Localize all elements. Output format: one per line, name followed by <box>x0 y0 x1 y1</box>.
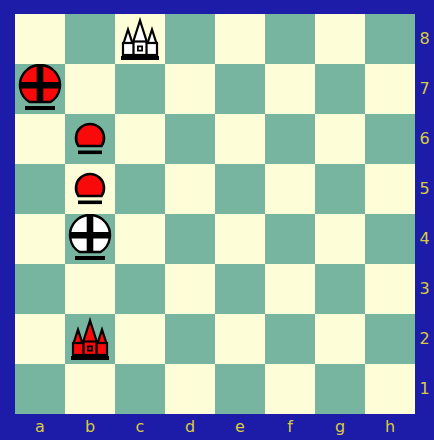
rank-label-2: 2 <box>415 314 434 364</box>
rank-label-4: 4 <box>415 214 434 264</box>
square-d5[interactable] <box>165 164 215 214</box>
square-b2[interactable] <box>65 314 115 364</box>
square-h5[interactable] <box>365 164 415 214</box>
square-b6[interactable] <box>65 114 115 164</box>
square-a8[interactable] <box>15 14 65 64</box>
square-b4[interactable] <box>65 214 115 264</box>
file-label-e: e <box>215 414 265 440</box>
file-label-f: f <box>265 414 315 440</box>
rank-label-3: 3 <box>415 264 434 314</box>
rank-label-7: 7 <box>415 64 434 114</box>
dome-piece-icon[interactable] <box>65 164 115 214</box>
square-h1[interactable] <box>365 364 415 414</box>
square-e6[interactable] <box>215 114 265 164</box>
square-g6[interactable] <box>315 114 365 164</box>
square-a4[interactable] <box>15 214 65 264</box>
square-a5[interactable] <box>15 164 65 214</box>
square-g7[interactable] <box>315 64 365 114</box>
ball-piece-icon[interactable] <box>15 64 65 114</box>
square-f6[interactable] <box>265 114 315 164</box>
rank-label-1: 1 <box>415 364 434 414</box>
square-a3[interactable] <box>15 264 65 314</box>
square-c3[interactable] <box>115 264 165 314</box>
square-h8[interactable] <box>365 14 415 64</box>
square-f1[interactable] <box>265 364 315 414</box>
square-c6[interactable] <box>115 114 165 164</box>
square-f5[interactable] <box>265 164 315 214</box>
square-h7[interactable] <box>365 64 415 114</box>
square-e4[interactable] <box>215 214 265 264</box>
ball-piece-icon[interactable] <box>65 214 115 264</box>
square-d4[interactable] <box>165 214 215 264</box>
square-a2[interactable] <box>15 314 65 364</box>
file-label-b: b <box>65 414 115 440</box>
square-f4[interactable] <box>265 214 315 264</box>
rank-label-8: 8 <box>415 14 434 64</box>
square-d7[interactable] <box>165 64 215 114</box>
square-f3[interactable] <box>265 264 315 314</box>
rank-label-5: 5 <box>415 164 434 214</box>
square-e8[interactable] <box>215 14 265 64</box>
square-c1[interactable] <box>115 364 165 414</box>
crown-piece-icon[interactable] <box>65 314 115 364</box>
square-b5[interactable] <box>65 164 115 214</box>
file-labels: abcdefgh <box>15 414 415 440</box>
square-h2[interactable] <box>365 314 415 364</box>
square-e7[interactable] <box>215 64 265 114</box>
square-g1[interactable] <box>315 364 365 414</box>
square-c5[interactable] <box>115 164 165 214</box>
square-b8[interactable] <box>65 14 115 64</box>
file-label-g: g <box>315 414 365 440</box>
board-grid[interactable] <box>15 14 415 414</box>
square-h4[interactable] <box>365 214 415 264</box>
square-a6[interactable] <box>15 114 65 164</box>
square-d3[interactable] <box>165 264 215 314</box>
file-label-c: c <box>115 414 165 440</box>
rank-labels: 87654321 <box>415 14 434 414</box>
square-e1[interactable] <box>215 364 265 414</box>
square-c7[interactable] <box>115 64 165 114</box>
square-g8[interactable] <box>315 14 365 64</box>
square-d1[interactable] <box>165 364 215 414</box>
square-c4[interactable] <box>115 214 165 264</box>
square-f2[interactable] <box>265 314 315 364</box>
file-label-h: h <box>365 414 415 440</box>
square-g2[interactable] <box>315 314 365 364</box>
square-d8[interactable] <box>165 14 215 64</box>
file-label-a: a <box>15 414 65 440</box>
square-e3[interactable] <box>215 264 265 314</box>
square-e5[interactable] <box>215 164 265 214</box>
square-c2[interactable] <box>115 314 165 364</box>
square-b7[interactable] <box>65 64 115 114</box>
square-g3[interactable] <box>315 264 365 314</box>
square-a7[interactable] <box>15 64 65 114</box>
square-h3[interactable] <box>365 264 415 314</box>
square-f7[interactable] <box>265 64 315 114</box>
square-b1[interactable] <box>65 364 115 414</box>
crown-piece-icon[interactable] <box>115 14 165 64</box>
file-label-d: d <box>165 414 215 440</box>
rank-label-6: 6 <box>415 114 434 164</box>
square-d6[interactable] <box>165 114 215 164</box>
square-h6[interactable] <box>365 114 415 164</box>
square-f8[interactable] <box>265 14 315 64</box>
square-a1[interactable] <box>15 364 65 414</box>
square-g5[interactable] <box>315 164 365 214</box>
square-e2[interactable] <box>215 314 265 364</box>
square-b3[interactable] <box>65 264 115 314</box>
dome-piece-icon[interactable] <box>65 114 115 164</box>
square-d2[interactable] <box>165 314 215 364</box>
square-g4[interactable] <box>315 214 365 264</box>
square-c8[interactable] <box>115 14 165 64</box>
